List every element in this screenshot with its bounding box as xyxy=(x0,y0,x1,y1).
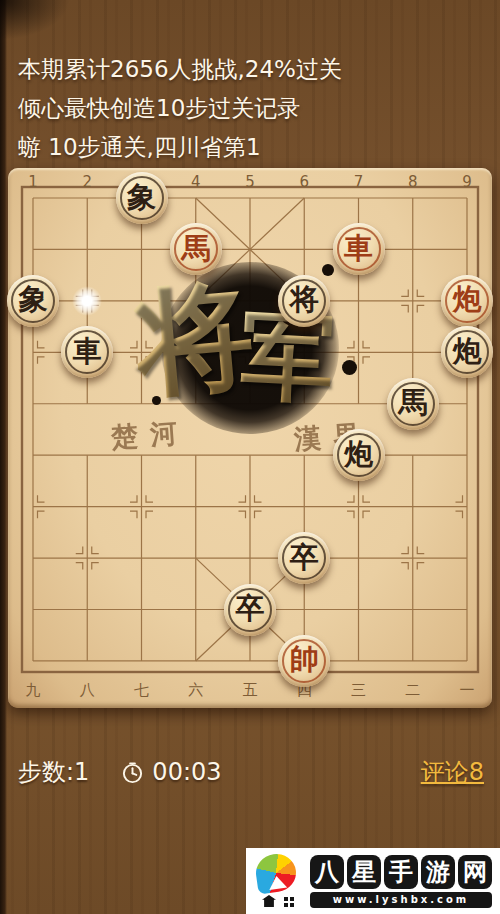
site-name-tiles: 八星手游网 xyxy=(310,855,492,889)
piece-character: 象 xyxy=(127,183,156,212)
piece-black-象-f3r1[interactable]: 象 xyxy=(116,172,168,224)
site-name-tile: 游 xyxy=(421,855,455,889)
house-icon xyxy=(262,895,276,907)
pieces-layer: 象馬車象将炮車炮馬炮卒卒帥 xyxy=(8,168,492,708)
piece-character: 帥 xyxy=(290,645,319,674)
piece-black-卒-f5r9[interactable]: 卒 xyxy=(224,584,276,636)
comments-link[interactable]: 评论8 xyxy=(421,756,484,788)
photo-corner-shadow xyxy=(0,0,70,40)
timer: 00:03 xyxy=(121,758,221,786)
site-name-tile: 八 xyxy=(310,855,344,889)
squares-grid-icon xyxy=(284,897,288,901)
clock-icon xyxy=(121,761,144,784)
piece-red-炮-f9r3[interactable]: 炮 xyxy=(441,275,493,327)
site-watermark-banner: 八星手游网 www.lyshbx.com xyxy=(246,848,500,914)
piece-black-象-f1r3[interactable]: 象 xyxy=(7,275,59,327)
timer-value: 00:03 xyxy=(152,758,221,786)
piece-black-将-f6r3[interactable]: 将 xyxy=(278,275,330,327)
piece-black-馬-f8r5[interactable]: 馬 xyxy=(387,378,439,430)
piece-red-帥-f6r10[interactable]: 帥 xyxy=(278,635,330,687)
piece-character: 炮 xyxy=(344,440,373,469)
piece-black-炮-f9r4[interactable]: 炮 xyxy=(441,326,493,378)
piece-character: 馬 xyxy=(181,234,210,263)
site-url: www.lyshbx.com xyxy=(310,892,492,908)
piece-character: 将 xyxy=(290,285,319,314)
site-name-tile: 网 xyxy=(458,855,492,889)
site-text: 八星手游网 www.lyshbx.com xyxy=(310,855,492,908)
piece-red-車-f7r2[interactable]: 車 xyxy=(333,223,385,275)
piece-black-炮-f7r6[interactable]: 炮 xyxy=(333,429,385,481)
piece-red-馬-f4r2[interactable]: 馬 xyxy=(170,223,222,275)
site-name-tile: 星 xyxy=(347,855,381,889)
site-name-tile: 手 xyxy=(384,855,418,889)
piece-character: 車 xyxy=(344,234,373,263)
piece-character: 馬 xyxy=(398,388,427,417)
photo-left-edge xyxy=(0,0,7,914)
piece-character: 炮 xyxy=(453,285,482,314)
xiangqi-board[interactable]: 123456789 九八七六五四三二一 楚河 漢界 将 军 ✦ 象馬車象将炮車炮… xyxy=(8,168,492,708)
move-counter: 步数:1 xyxy=(18,756,89,788)
challenge-stats: 本期累计2656人挑战,24%过关 倾心最快创造10步过关记录 蝣 10步通关,… xyxy=(18,50,488,167)
piece-character: 象 xyxy=(19,285,48,314)
piece-black-卒-f6r8[interactable]: 卒 xyxy=(278,532,330,584)
stats-line-participants: 本期累计2656人挑战,24%过关 xyxy=(18,50,488,89)
piece-character: 炮 xyxy=(453,337,482,366)
stats-line-rank: 蝣 10步通关,四川省第1 xyxy=(18,128,488,167)
piece-character: 卒 xyxy=(290,543,319,572)
status-bar: 步数:1 00:03 评论8 xyxy=(0,750,500,794)
rainbow-pinwheel-icon xyxy=(254,851,299,894)
piece-character: 車 xyxy=(73,337,102,366)
stats-line-record: 倾心最快创造10步过关记录 xyxy=(18,89,488,128)
piece-character: 卒 xyxy=(236,594,265,623)
site-logo xyxy=(254,853,306,909)
piece-black-車-f2r4[interactable]: 車 xyxy=(61,326,113,378)
